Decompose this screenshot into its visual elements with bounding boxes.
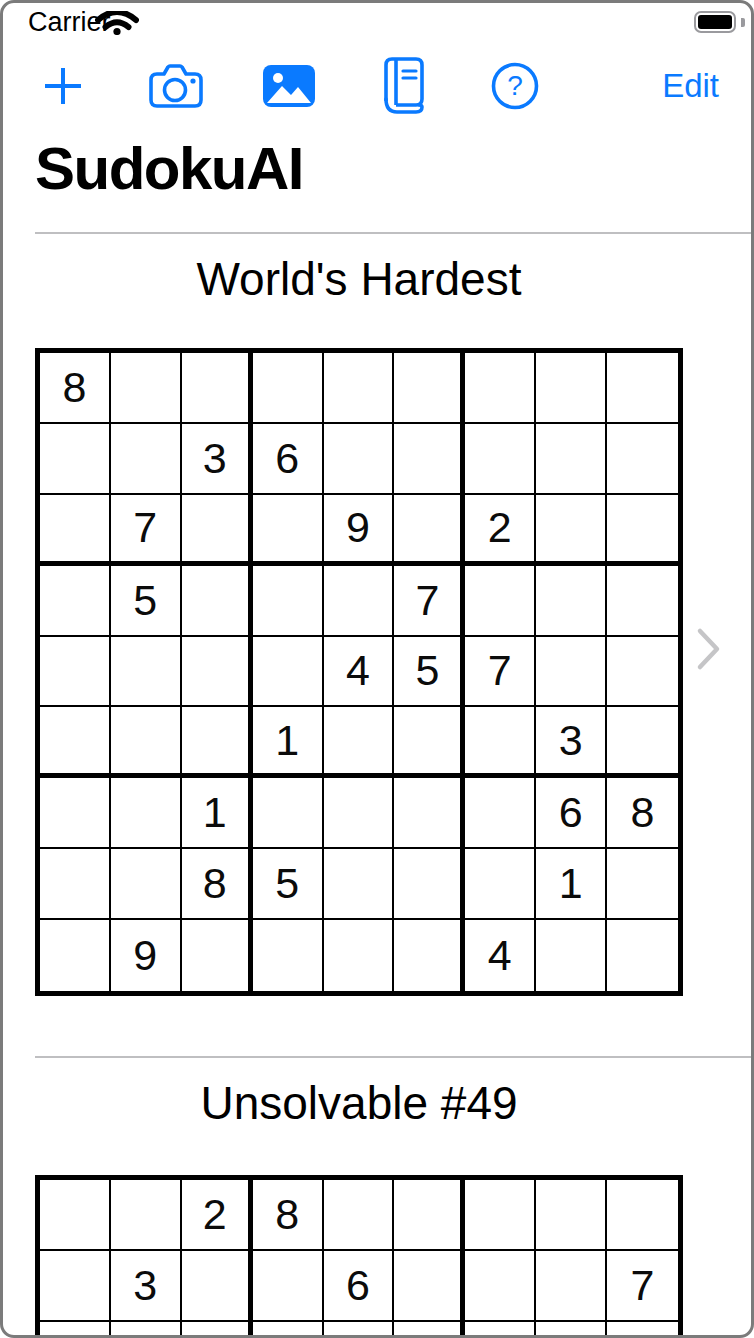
cell-r4c2: 5	[111, 566, 182, 637]
cell-r3c6	[394, 495, 465, 566]
cell-r1c9	[607, 353, 678, 424]
cell-r1c5	[324, 353, 395, 424]
cell-r7c8: 6	[536, 778, 607, 849]
cell-r7c5	[324, 778, 395, 849]
cell-r1c8	[536, 1180, 607, 1251]
cell-r2c3: 3	[182, 424, 253, 495]
cell-r6c4: 1	[253, 707, 324, 778]
cell-r3c5	[324, 1322, 395, 1338]
cell-r3c4	[253, 1322, 324, 1338]
cell-r7c9: 8	[607, 778, 678, 849]
cell-r9c3	[182, 920, 253, 991]
cell-r3c8	[536, 1322, 607, 1338]
cell-r7c6	[394, 778, 465, 849]
question-circle-icon: ?	[490, 61, 540, 111]
cell-r1c9	[607, 1180, 678, 1251]
cell-r1c8	[536, 353, 607, 424]
cell-r9c6	[394, 920, 465, 991]
cell-r3c6	[394, 1322, 465, 1338]
cell-r5c2	[111, 637, 182, 708]
photo-icon	[262, 64, 316, 108]
cell-r1c6	[394, 1180, 465, 1251]
cell-r6c2	[111, 707, 182, 778]
cell-r3c9	[607, 1322, 678, 1338]
cell-r1c2	[111, 1180, 182, 1251]
cell-r3c4	[253, 495, 324, 566]
battery-icon	[694, 11, 736, 33]
cell-r2c5	[324, 424, 395, 495]
cell-r2c3	[182, 1251, 253, 1322]
cell-r4c8	[536, 566, 607, 637]
cell-r5c8	[536, 637, 607, 708]
cell-r3c1	[40, 1322, 111, 1338]
cell-r4c3	[182, 566, 253, 637]
cell-r8c6	[394, 849, 465, 920]
sudoku-grid-worlds-hardest[interactable]: 836792574571316885194	[35, 348, 683, 996]
cell-r9c5	[324, 920, 395, 991]
cell-r1c1: 8	[40, 353, 111, 424]
cell-r2c1	[40, 1251, 111, 1322]
cell-r1c4	[253, 353, 324, 424]
cell-r7c4	[253, 778, 324, 849]
cell-r2c2	[111, 424, 182, 495]
cell-r8c8: 1	[536, 849, 607, 920]
cell-r3c9	[607, 495, 678, 566]
cell-r8c2	[111, 849, 182, 920]
cell-r2c1	[40, 424, 111, 495]
cell-r7c7	[465, 778, 536, 849]
cell-r2c9	[607, 424, 678, 495]
photo-library-button[interactable]	[261, 58, 317, 114]
cell-r5c3	[182, 637, 253, 708]
cell-r1c4: 8	[253, 1180, 324, 1251]
cell-r9c9	[607, 920, 678, 991]
cell-r8c7	[465, 849, 536, 920]
cell-r2c5: 6	[324, 1251, 395, 1322]
cell-r6c9	[607, 707, 678, 778]
cell-r3c7	[465, 1322, 536, 1338]
cell-r4c5	[324, 566, 395, 637]
cell-r2c4: 6	[253, 424, 324, 495]
cell-r4c1	[40, 566, 111, 637]
cell-r8c5	[324, 849, 395, 920]
cell-r3c3	[182, 495, 253, 566]
cell-r1c2	[111, 353, 182, 424]
cell-r2c6	[394, 1251, 465, 1322]
puzzle-title-unsolvable-49: Unsolvable #49	[35, 1076, 683, 1130]
cell-r6c1	[40, 707, 111, 778]
cell-r5c1	[40, 637, 111, 708]
cell-r7c3: 1	[182, 778, 253, 849]
help-button[interactable]: ?	[487, 58, 543, 114]
cell-r3c5: 9	[324, 495, 395, 566]
camera-icon	[148, 62, 204, 110]
cell-r6c6	[394, 707, 465, 778]
cell-r2c8	[536, 424, 607, 495]
chevron-right-icon[interactable]	[696, 627, 722, 671]
cell-r1c1	[40, 1180, 111, 1251]
cell-r6c7	[465, 707, 536, 778]
sudoku-grid-unsolvable-49[interactable]: 28367	[35, 1175, 683, 1338]
cell-r2c2: 3	[111, 1251, 182, 1322]
toolbar: ? Edit	[35, 56, 719, 116]
cell-r8c9	[607, 849, 678, 920]
cell-r3c2: 7	[111, 495, 182, 566]
cell-r8c3: 8	[182, 849, 253, 920]
cell-r4c9	[607, 566, 678, 637]
divider	[35, 1056, 754, 1058]
plus-icon	[43, 66, 83, 106]
cell-r2c9: 7	[607, 1251, 678, 1322]
cell-r2c6	[394, 424, 465, 495]
cell-r8c1	[40, 849, 111, 920]
cell-r9c8	[536, 920, 607, 991]
cell-r6c3	[182, 707, 253, 778]
cell-r4c6: 7	[394, 566, 465, 637]
edit-button[interactable]: Edit	[662, 67, 719, 105]
cell-r1c6	[394, 353, 465, 424]
cell-r3c3	[182, 1322, 253, 1338]
cell-r6c5	[324, 707, 395, 778]
cell-r1c7	[465, 1180, 536, 1251]
cell-r5c5: 4	[324, 637, 395, 708]
cell-r9c2: 9	[111, 920, 182, 991]
cell-r6c8: 3	[536, 707, 607, 778]
cell-r5c9	[607, 637, 678, 708]
cell-r1c7	[465, 353, 536, 424]
cell-r2c4	[253, 1251, 324, 1322]
cell-r5c6: 5	[394, 637, 465, 708]
divider	[35, 232, 754, 234]
battery-nub	[741, 18, 745, 27]
cell-r4c4	[253, 566, 324, 637]
cell-r1c3: 2	[182, 1180, 253, 1251]
cell-r9c7: 4	[465, 920, 536, 991]
cell-r2c7	[465, 1251, 536, 1322]
app-title: SudokuAI	[35, 134, 303, 203]
cell-r4c7	[465, 566, 536, 637]
battery-fill	[698, 15, 732, 29]
library-book-button[interactable]	[374, 58, 430, 114]
svg-text:?: ?	[507, 70, 523, 101]
cell-r2c7	[465, 424, 536, 495]
cell-r7c1	[40, 778, 111, 849]
cell-r9c4	[253, 920, 324, 991]
add-puzzle-button[interactable]	[35, 58, 91, 114]
cell-r8c4: 5	[253, 849, 324, 920]
cell-r1c5	[324, 1180, 395, 1251]
cell-r3c2	[111, 1322, 182, 1338]
cell-r5c4	[253, 637, 324, 708]
cell-r9c1	[40, 920, 111, 991]
cell-r2c8	[536, 1251, 607, 1322]
puzzle-title-worlds-hardest: World's Hardest	[35, 252, 683, 306]
book-icon	[376, 55, 428, 117]
cell-r1c3	[182, 353, 253, 424]
cell-r3c7: 2	[465, 495, 536, 566]
cell-r3c8	[536, 495, 607, 566]
cell-r7c2	[111, 778, 182, 849]
cell-r5c7: 7	[465, 637, 536, 708]
camera-button[interactable]	[148, 58, 204, 114]
app-screen: Carrier	[0, 0, 754, 1338]
cell-r3c1	[40, 495, 111, 566]
wifi-icon	[95, 11, 139, 35]
